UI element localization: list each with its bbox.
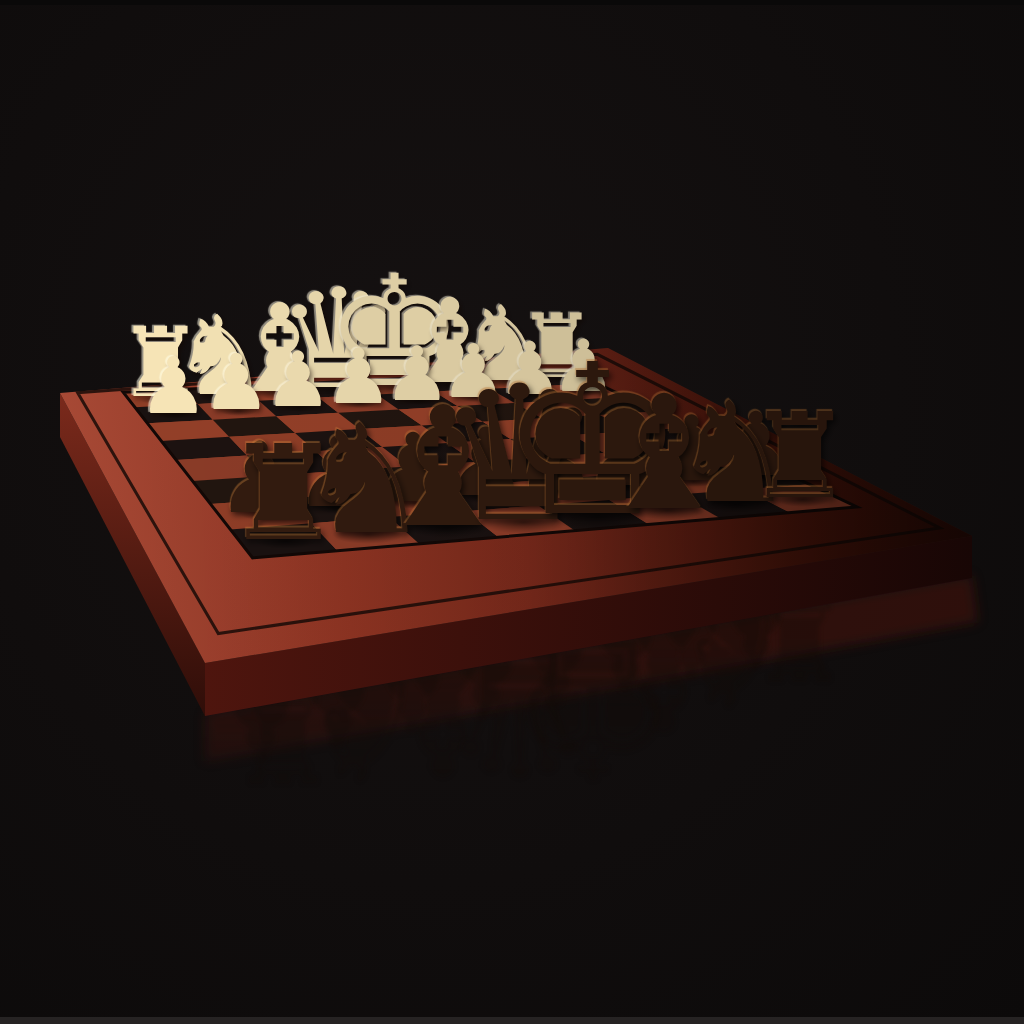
piece-black-rook-h8[interactable]: ♜ — [732, 410, 868, 501]
pieces-layer: ♜♞♝♛♚♝♞♜♟♟♟♟♟♟♟♟♟♟♟♟♟♟♟♟♜♞♝♛♚♝♞♜ — [0, 0, 1024, 1024]
photo-stage: ♜♞♝♛♚♝♞♜♟♟♟♟♟♟♟♟ ♜♞♝♛♚♝♞♜♟♟♟♟♟♟♟♟♟♟♟♟♟♟♟… — [0, 0, 1024, 1024]
top-border-strip — [0, 0, 1024, 5]
bottom-border-strip — [0, 1017, 1024, 1024]
